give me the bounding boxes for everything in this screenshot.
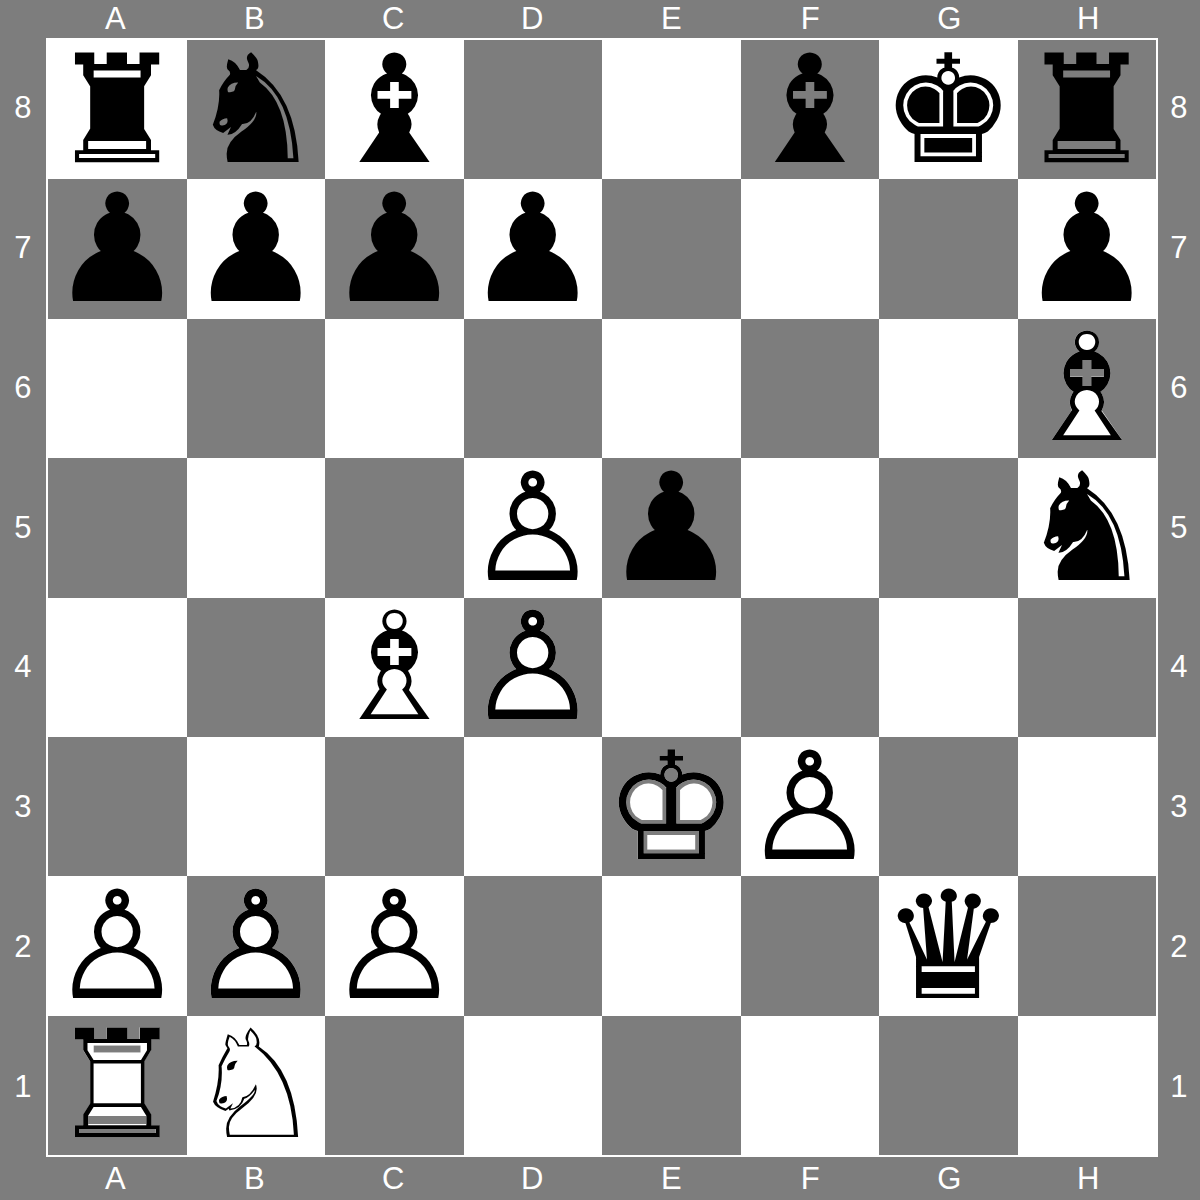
rank-label-4: 4: [0, 598, 46, 738]
square-g6[interactable]: [879, 319, 1018, 458]
square-f6[interactable]: [741, 319, 880, 458]
rank-label-6: 6: [1158, 318, 1200, 458]
square-h6[interactable]: ♝♗: [1018, 319, 1157, 458]
square-a5[interactable]: [48, 458, 187, 597]
square-g7[interactable]: [879, 179, 1018, 318]
square-g5[interactable]: [879, 458, 1018, 597]
square-h8[interactable]: ♜: [1018, 40, 1157, 179]
rank-label-2: 2: [0, 877, 46, 1017]
white-pawn-piece: ♟♙: [741, 737, 880, 876]
square-f3[interactable]: ♟♙: [741, 737, 880, 876]
square-d5[interactable]: ♟♙: [464, 458, 603, 597]
white-bishop-piece: ♝♗: [1018, 319, 1157, 458]
black-knight-piece: ♞: [1018, 458, 1157, 597]
square-d6[interactable]: [464, 319, 603, 458]
square-c5[interactable]: [325, 458, 464, 597]
square-b7[interactable]: ♟: [187, 179, 326, 318]
square-h1[interactable]: [1018, 1016, 1157, 1155]
square-b8[interactable]: ♞: [187, 40, 326, 179]
square-g2[interactable]: ♛: [879, 876, 1018, 1015]
black-pawn-piece: ♟: [187, 179, 326, 318]
rank-label-5: 5: [1158, 458, 1200, 598]
square-b2[interactable]: ♟♙: [187, 876, 326, 1015]
square-c1[interactable]: [325, 1016, 464, 1155]
square-a6[interactable]: [48, 319, 187, 458]
square-d2[interactable]: [464, 876, 603, 1015]
rank-label-4: 4: [1158, 598, 1200, 738]
square-c8[interactable]: ♝: [325, 40, 464, 179]
square-h5[interactable]: ♞: [1018, 458, 1157, 597]
square-d3[interactable]: [464, 737, 603, 876]
black-pawn-piece: ♟: [325, 179, 464, 318]
file-label-g: G: [880, 1157, 1019, 1200]
white-pawn-piece: ♟♙: [464, 458, 603, 597]
square-e3[interactable]: ♚♔: [602, 737, 741, 876]
rank-label-1: 1: [0, 1017, 46, 1157]
chess-board: ♜♞♝♝♚♜♟♟♟♟♟♝♗♟♙♟♞♝♗♟♙♚♔♟♙♟♙♟♙♟♙♛♜♖♞♘: [46, 38, 1158, 1157]
black-bishop-piece: ♝: [325, 40, 464, 179]
black-queen-piece: ♛: [879, 876, 1018, 1015]
file-label-f: F: [741, 1157, 880, 1200]
square-c2[interactable]: ♟♙: [325, 876, 464, 1015]
square-h4[interactable]: [1018, 598, 1157, 737]
file-label-e: E: [602, 0, 741, 38]
black-pawn-piece: ♟: [602, 458, 741, 597]
rank-label-8: 8: [0, 38, 46, 178]
white-pawn-piece: ♟♙: [464, 598, 603, 737]
square-g8[interactable]: ♚: [879, 40, 1018, 179]
square-f8[interactable]: ♝: [741, 40, 880, 179]
square-e8[interactable]: [602, 40, 741, 179]
black-knight-piece: ♞: [187, 40, 326, 179]
rank-label-3: 3: [0, 737, 46, 877]
black-rook-piece: ♜: [48, 40, 187, 179]
square-f4[interactable]: [741, 598, 880, 737]
square-d1[interactable]: [464, 1016, 603, 1155]
file-label-h: H: [1019, 1157, 1158, 1200]
file-label-d: D: [463, 1157, 602, 1200]
rank-label-5: 5: [0, 458, 46, 598]
square-h2[interactable]: [1018, 876, 1157, 1015]
chess-board-frame: ABCDEFGH ABCDEFGH 87654321 87654321 ♜♞♝♝…: [0, 0, 1200, 1200]
square-a4[interactable]: [48, 598, 187, 737]
white-king-piece: ♚♔: [602, 737, 741, 876]
square-b4[interactable]: [187, 598, 326, 737]
square-e1[interactable]: [602, 1016, 741, 1155]
square-e4[interactable]: [602, 598, 741, 737]
rank-label-1: 1: [1158, 1017, 1200, 1157]
white-pawn-piece: ♟♙: [187, 876, 326, 1015]
square-a7[interactable]: ♟: [48, 179, 187, 318]
file-label-d: D: [463, 0, 602, 38]
square-c4[interactable]: ♝♗: [325, 598, 464, 737]
square-a2[interactable]: ♟♙: [48, 876, 187, 1015]
rank-label-8: 8: [1158, 38, 1200, 178]
black-pawn-piece: ♟: [48, 179, 187, 318]
square-f5[interactable]: [741, 458, 880, 597]
white-rook-piece: ♜♖: [48, 1016, 187, 1155]
square-h3[interactable]: [1018, 737, 1157, 876]
square-h7[interactable]: ♟: [1018, 179, 1157, 318]
square-g3[interactable]: [879, 737, 1018, 876]
square-a8[interactable]: ♜: [48, 40, 187, 179]
black-pawn-piece: ♟: [1018, 179, 1157, 318]
rank-labels-left: 87654321: [0, 38, 46, 1157]
square-c3[interactable]: [325, 737, 464, 876]
square-g1[interactable]: [879, 1016, 1018, 1155]
square-b1[interactable]: ♞♘: [187, 1016, 326, 1155]
white-pawn-piece: ♟♙: [48, 876, 187, 1015]
square-d8[interactable]: [464, 40, 603, 179]
square-e5[interactable]: ♟: [602, 458, 741, 597]
square-a3[interactable]: [48, 737, 187, 876]
black-rook-piece: ♜: [1018, 40, 1157, 179]
square-d7[interactable]: ♟: [464, 179, 603, 318]
rank-labels-right: 87654321: [1158, 38, 1200, 1157]
square-b3[interactable]: [187, 737, 326, 876]
square-c7[interactable]: ♟: [325, 179, 464, 318]
rank-label-2: 2: [1158, 877, 1200, 1017]
square-e6[interactable]: [602, 319, 741, 458]
square-e7[interactable]: [602, 179, 741, 318]
white-bishop-piece: ♝♗: [325, 598, 464, 737]
square-b5[interactable]: [187, 458, 326, 597]
black-pawn-piece: ♟: [464, 179, 603, 318]
rank-label-7: 7: [1158, 178, 1200, 318]
rank-label-3: 3: [1158, 737, 1200, 877]
square-d4[interactable]: ♟♙: [464, 598, 603, 737]
file-label-e: E: [602, 1157, 741, 1200]
white-knight-piece: ♞♘: [187, 1016, 326, 1155]
white-pawn-piece: ♟♙: [325, 876, 464, 1015]
black-bishop-piece: ♝: [741, 40, 880, 179]
square-a1[interactable]: ♜♖: [48, 1016, 187, 1155]
square-f2[interactable]: [741, 876, 880, 1015]
square-c6[interactable]: [325, 319, 464, 458]
square-e2[interactable]: [602, 876, 741, 1015]
rank-label-7: 7: [0, 178, 46, 318]
square-g4[interactable]: [879, 598, 1018, 737]
rank-label-6: 6: [0, 318, 46, 458]
file-label-c: C: [324, 1157, 463, 1200]
square-f1[interactable]: [741, 1016, 880, 1155]
black-king-piece: ♚: [879, 40, 1018, 179]
square-f7[interactable]: [741, 179, 880, 318]
square-b6[interactable]: [187, 319, 326, 458]
